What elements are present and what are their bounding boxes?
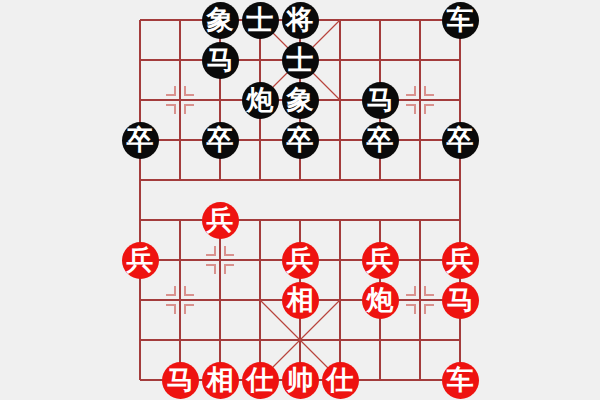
board-point: 卒 <box>360 120 400 160</box>
piece-black-chariot[interactable]: 车 <box>442 2 479 39</box>
board-point: 相 <box>200 360 240 400</box>
board-point: 卒 <box>280 120 320 160</box>
board-point: 马 <box>440 280 480 320</box>
board-point: 兵 <box>280 240 320 280</box>
board-point: 车 <box>440 0 480 40</box>
piece-red-horse[interactable]: 马 <box>162 362 199 399</box>
piece-black-general[interactable]: 将 <box>282 2 319 39</box>
piece-red-soldier[interactable]: 兵 <box>362 242 399 279</box>
piece-black-horse[interactable]: 马 <box>362 82 399 119</box>
board-point: 兵 <box>360 240 400 280</box>
piece-red-soldier[interactable]: 兵 <box>282 242 319 279</box>
piece-black-horse[interactable]: 马 <box>202 42 239 79</box>
pieces-layer: 象士将车马士炮象马卒卒卒卒卒兵兵兵兵兵相炮马马相仕帅仕车 <box>120 0 480 400</box>
board-point: 象 <box>200 0 240 40</box>
piece-black-soldier[interactable]: 卒 <box>122 122 159 159</box>
board-point: 兵 <box>200 200 240 240</box>
piece-black-advisor[interactable]: 士 <box>282 42 319 79</box>
board-point: 兵 <box>120 240 160 280</box>
board-point: 将 <box>280 0 320 40</box>
piece-red-advisor[interactable]: 仕 <box>242 362 279 399</box>
board-point: 卒 <box>440 120 480 160</box>
piece-red-horse[interactable]: 马 <box>442 282 479 319</box>
board-point: 士 <box>240 0 280 40</box>
board-point: 卒 <box>120 120 160 160</box>
piece-red-chariot[interactable]: 车 <box>442 362 479 399</box>
piece-red-cannon[interactable]: 炮 <box>362 282 399 319</box>
board-point: 马 <box>160 360 200 400</box>
xiangqi-board: 象士将车马士炮象马卒卒卒卒卒兵兵兵兵兵相炮马马相仕帅仕车 <box>0 0 600 400</box>
piece-red-soldier[interactable]: 兵 <box>122 242 159 279</box>
board-point: 卒 <box>200 120 240 160</box>
board-point: 士 <box>280 40 320 80</box>
piece-red-elephant[interactable]: 相 <box>282 282 319 319</box>
board-point: 车 <box>440 360 480 400</box>
piece-red-soldier[interactable]: 兵 <box>202 202 239 239</box>
piece-red-elephant[interactable]: 相 <box>202 362 239 399</box>
board-point: 兵 <box>440 240 480 280</box>
piece-black-cannon[interactable]: 炮 <box>242 82 279 119</box>
piece-black-soldier[interactable]: 卒 <box>442 122 479 159</box>
piece-red-general[interactable]: 帅 <box>282 362 319 399</box>
piece-black-soldier[interactable]: 卒 <box>282 122 319 159</box>
piece-black-soldier[interactable]: 卒 <box>202 122 239 159</box>
piece-red-soldier[interactable]: 兵 <box>442 242 479 279</box>
board-point: 帅 <box>280 360 320 400</box>
board-point: 马 <box>360 80 400 120</box>
board-point: 炮 <box>240 80 280 120</box>
board-point: 象 <box>280 80 320 120</box>
board-point: 仕 <box>240 360 280 400</box>
piece-black-elephant[interactable]: 象 <box>282 82 319 119</box>
board-point: 炮 <box>360 280 400 320</box>
board-point: 马 <box>200 40 240 80</box>
piece-black-elephant[interactable]: 象 <box>202 2 239 39</box>
piece-red-advisor[interactable]: 仕 <box>322 362 359 399</box>
piece-black-advisor[interactable]: 士 <box>242 2 279 39</box>
board-point: 相 <box>280 280 320 320</box>
piece-black-soldier[interactable]: 卒 <box>362 122 399 159</box>
board-point: 仕 <box>320 360 360 400</box>
